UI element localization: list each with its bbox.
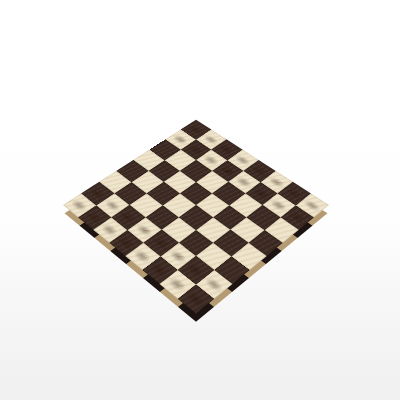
square-b7: ♟ [262, 193, 295, 217]
piece-shadow [201, 153, 221, 167]
piece-shadow [286, 210, 308, 226]
piece-shadow [87, 186, 108, 201]
piece-shadow [217, 164, 238, 178]
piece-shadow [232, 153, 253, 167]
photo-backdrop: ♜♞♝♚♛♝♞♜♟♟♟♟♟♟♟♟♟♟♟♟♟♟♟♟♜♞♝♚♛♝♞♜ [0, 0, 400, 400]
piece-shadow [283, 186, 305, 201]
piece-shadow [183, 289, 207, 308]
piece-shadow [131, 248, 154, 266]
piece-shadow [301, 198, 323, 214]
chess-board: ♜♞♝♚♛♝♞♜♟♟♟♟♟♟♟♟♟♟♟♟♟♟♟♟♜♞♝♚♛♝♞♜ [63, 120, 329, 314]
piece-shadow [69, 198, 90, 214]
